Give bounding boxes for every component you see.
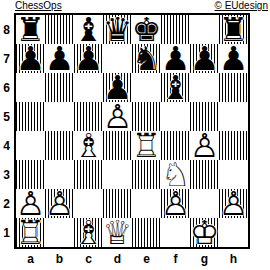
credit-label: © EUdesign [214, 0, 268, 11]
piece-halo: ♛ [103, 15, 132, 44]
square-f4[interactable] [161, 131, 190, 160]
piece-white-rook: ♖ [16, 218, 45, 247]
file-label-h: h [219, 250, 248, 268]
piece-halo: ♟ [219, 44, 248, 73]
rank-label-6: 6 [0, 73, 13, 102]
square-h7[interactable]: ♟♟ [219, 44, 248, 73]
piece-halo: ♟ [190, 131, 219, 160]
piece-black-knight: ♞ [132, 44, 161, 73]
square-d3[interactable] [103, 160, 132, 189]
square-d2[interactable] [103, 189, 132, 218]
rank-label-7: 7 [0, 44, 13, 73]
piece-halo: ♝ [74, 218, 103, 247]
square-f2[interactable]: ♟♙ [161, 189, 190, 218]
square-c8[interactable]: ♝♝ [74, 15, 103, 44]
rank-label-3: 3 [0, 160, 13, 189]
square-a7[interactable]: ♟♟ [16, 44, 45, 73]
square-f1[interactable] [161, 218, 190, 247]
piece-black-pawn: ♟ [161, 44, 190, 73]
square-g6[interactable] [190, 73, 219, 102]
square-h2[interactable]: ♟♙ [219, 189, 248, 218]
piece-halo: ♜ [16, 218, 45, 247]
square-b8[interactable] [45, 15, 74, 44]
chess-board: ♜♜♝♝♛♛♚♚♜♜♟♟♟♟♟♟♞♞♟♟♟♟♟♟♟♟♝♝♟♙♝♗♜♖♟♙♞♘♟♙… [14, 13, 250, 249]
piece-white-pawn: ♙ [161, 189, 190, 218]
piece-halo: ♚ [190, 218, 219, 247]
square-a6[interactable] [16, 73, 45, 102]
piece-halo: ♜ [132, 131, 161, 160]
square-g3[interactable] [190, 160, 219, 189]
square-a8[interactable]: ♜♜ [16, 15, 45, 44]
piece-black-rook: ♜ [219, 15, 248, 44]
piece-halo: ♟ [103, 73, 132, 102]
square-g7[interactable]: ♟♟ [190, 44, 219, 73]
file-label-d: d [103, 250, 132, 268]
piece-black-king: ♚ [132, 15, 161, 44]
piece-halo: ♝ [161, 73, 190, 102]
square-d6[interactable]: ♟♟ [103, 73, 132, 102]
piece-black-rook: ♜ [16, 15, 45, 44]
file-label-e: e [132, 250, 161, 268]
piece-halo: ♟ [16, 44, 45, 73]
square-c1[interactable]: ♝♗ [74, 218, 103, 247]
square-d7[interactable] [103, 44, 132, 73]
piece-halo: ♟ [219, 189, 248, 218]
piece-black-pawn: ♟ [16, 44, 45, 73]
piece-halo: ♞ [132, 44, 161, 73]
piece-black-pawn: ♟ [45, 44, 74, 73]
rank-label-1: 1 [0, 218, 13, 247]
rank-labels: 87654321 [0, 15, 13, 247]
square-d8[interactable]: ♛♛ [103, 15, 132, 44]
square-a2[interactable]: ♟♙ [16, 189, 45, 218]
square-d5[interactable]: ♟♙ [103, 102, 132, 131]
square-g5[interactable] [190, 102, 219, 131]
square-h6[interactable] [219, 73, 248, 102]
piece-halo: ♟ [74, 44, 103, 73]
piece-white-pawn: ♙ [219, 189, 248, 218]
piece-white-pawn: ♙ [190, 131, 219, 160]
piece-halo: ♟ [161, 189, 190, 218]
file-label-c: c [74, 250, 103, 268]
square-g8[interactable] [190, 15, 219, 44]
piece-white-king: ♔ [190, 218, 219, 247]
square-f6[interactable]: ♝♝ [161, 73, 190, 102]
piece-halo: ♟ [161, 44, 190, 73]
file-label-f: f [161, 250, 190, 268]
square-e7[interactable]: ♞♞ [132, 44, 161, 73]
square-f7[interactable]: ♟♟ [161, 44, 190, 73]
piece-halo: ♛ [103, 218, 132, 247]
piece-white-queen: ♕ [103, 218, 132, 247]
piece-halo: ♚ [132, 15, 161, 44]
square-c7[interactable]: ♟♟ [74, 44, 103, 73]
piece-black-pawn: ♟ [219, 44, 248, 73]
square-d1[interactable]: ♛♕ [103, 218, 132, 247]
square-e6[interactable] [132, 73, 161, 102]
piece-white-bishop: ♗ [74, 131, 103, 160]
piece-halo: ♟ [103, 102, 132, 131]
square-b3[interactable] [45, 160, 74, 189]
piece-halo: ♜ [16, 15, 45, 44]
piece-halo: ♝ [74, 15, 103, 44]
rank-label-5: 5 [0, 102, 13, 131]
square-e1[interactable] [132, 218, 161, 247]
square-b6[interactable] [45, 73, 74, 102]
piece-black-pawn: ♟ [190, 44, 219, 73]
piece-halo: ♞ [161, 160, 190, 189]
piece-halo: ♟ [190, 44, 219, 73]
square-f5[interactable] [161, 102, 190, 131]
app-title: ChessOps [15, 0, 62, 11]
square-h5[interactable] [219, 102, 248, 131]
square-c4[interactable]: ♝♗ [74, 131, 103, 160]
piece-black-queen: ♛ [103, 15, 132, 44]
square-e4[interactable]: ♜♖ [132, 131, 161, 160]
square-b2[interactable]: ♟♙ [45, 189, 74, 218]
square-e8[interactable]: ♚♚ [132, 15, 161, 44]
piece-black-pawn: ♟ [74, 44, 103, 73]
square-h8[interactable]: ♜♜ [219, 15, 248, 44]
chess-diagram-window: ChessOps © EUdesign 87654321 ♜♜♝♝♛♛♚♚♜♜♟… [0, 0, 270, 270]
piece-white-pawn: ♙ [16, 189, 45, 218]
square-c5[interactable] [74, 102, 103, 131]
piece-halo: ♝ [74, 131, 103, 160]
square-e5[interactable] [132, 102, 161, 131]
rank-label-8: 8 [0, 15, 13, 44]
file-labels: abcdefgh [16, 250, 248, 268]
square-f8[interactable] [161, 15, 190, 44]
piece-white-pawn: ♙ [45, 189, 74, 218]
square-g4[interactable]: ♟♙ [190, 131, 219, 160]
piece-halo: ♟ [45, 189, 74, 218]
square-c6[interactable] [74, 73, 103, 102]
rank-label-2: 2 [0, 189, 13, 218]
rank-label-4: 4 [0, 131, 13, 160]
square-h4[interactable] [219, 131, 248, 160]
piece-white-pawn: ♙ [103, 102, 132, 131]
file-label-b: b [45, 250, 74, 268]
piece-black-bishop: ♝ [74, 15, 103, 44]
square-a1[interactable]: ♜♖ [16, 218, 45, 247]
square-e3[interactable] [132, 160, 161, 189]
header-bar: ChessOps © EUdesign [15, 0, 268, 13]
piece-white-bishop: ♗ [74, 218, 103, 247]
piece-halo: ♟ [16, 189, 45, 218]
square-h1[interactable] [219, 218, 248, 247]
square-b1[interactable] [45, 218, 74, 247]
square-c2[interactable] [74, 189, 103, 218]
piece-halo: ♟ [45, 44, 74, 73]
piece-white-rook: ♖ [132, 131, 161, 160]
piece-white-knight: ♘ [161, 160, 190, 189]
square-g1[interactable]: ♚♔ [190, 218, 219, 247]
square-d4[interactable] [103, 131, 132, 160]
piece-black-pawn: ♟ [103, 73, 132, 102]
square-b4[interactable] [45, 131, 74, 160]
square-h3[interactable] [219, 160, 248, 189]
square-f3[interactable]: ♞♘ [161, 160, 190, 189]
square-g2[interactable] [190, 189, 219, 218]
square-a4[interactable] [16, 131, 45, 160]
square-c3[interactable] [74, 160, 103, 189]
square-b7[interactable]: ♟♟ [45, 44, 74, 73]
square-a5[interactable] [16, 102, 45, 131]
file-label-a: a [16, 250, 45, 268]
file-label-g: g [190, 250, 219, 268]
square-e2[interactable] [132, 189, 161, 218]
square-b5[interactable] [45, 102, 74, 131]
piece-black-bishop: ♝ [161, 73, 190, 102]
piece-halo: ♜ [219, 15, 248, 44]
square-a3[interactable] [16, 160, 45, 189]
